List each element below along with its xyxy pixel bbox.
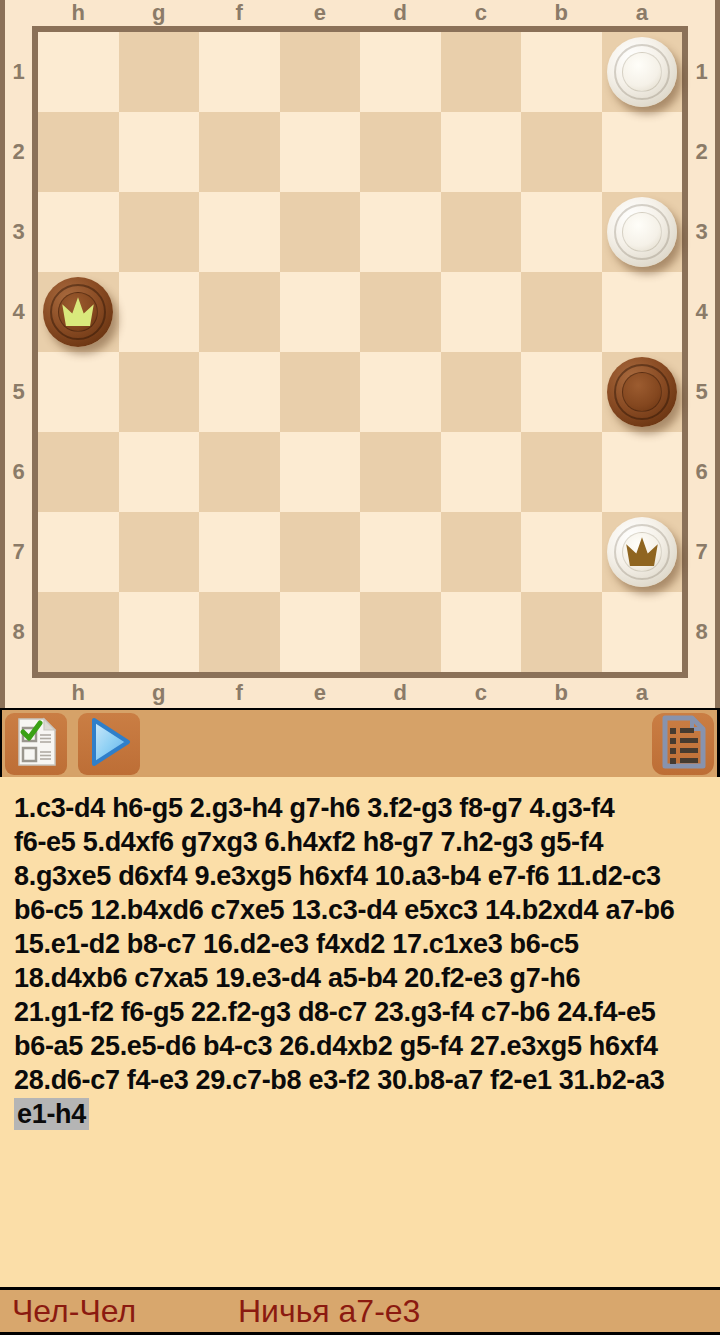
row-label-left-2: 2	[5, 112, 32, 192]
square-d4[interactable]	[360, 272, 441, 352]
column-label-bottom-a: a	[602, 678, 683, 708]
result-label: Ничья а7-е3	[238, 1293, 420, 1330]
square-b4[interactable]	[521, 272, 602, 352]
king-crown-icon	[59, 295, 97, 329]
board-right-row-labels: 12345678	[688, 26, 715, 678]
column-label-bottom-b: b	[521, 678, 602, 708]
square-b1[interactable]	[521, 32, 602, 112]
play-button[interactable]	[78, 713, 140, 775]
square-h3[interactable]	[38, 192, 119, 272]
square-c3[interactable]	[441, 192, 522, 272]
row-label-right-1: 1	[688, 32, 715, 112]
square-h7[interactable]	[38, 512, 119, 592]
square-c5[interactable]	[441, 352, 522, 432]
square-b5[interactable]	[521, 352, 602, 432]
column-label-top-d: d	[360, 0, 441, 26]
row-label-left-6: 6	[5, 432, 32, 512]
move-line-4[interactable]: b6-c5 12.b4xd6 c7xe5 13.c3-d4 e5xc3 14.b…	[14, 893, 710, 927]
row-label-right-8: 8	[688, 592, 715, 672]
square-a3[interactable]	[602, 192, 683, 272]
square-a7[interactable]	[602, 512, 683, 592]
square-b3[interactable]	[521, 192, 602, 272]
square-b2[interactable]	[521, 112, 602, 192]
square-g2[interactable]	[119, 112, 200, 192]
square-g1[interactable]	[119, 32, 200, 112]
piece-white-man-a1[interactable]	[607, 37, 677, 107]
square-a4[interactable]	[602, 272, 683, 352]
square-a2[interactable]	[602, 112, 683, 192]
move-line-last[interactable]: e1-h4	[14, 1097, 710, 1131]
square-e4[interactable]	[280, 272, 361, 352]
move-line-8[interactable]: b6-a5 25.e5-d6 b4-c3 26.d4xb2 g5-f4 27.e…	[14, 1029, 710, 1063]
move-line-2[interactable]: f6-e5 5.d4xf6 g7xg3 6.h4xf2 h8-g7 7.h2-g…	[14, 825, 710, 859]
row-label-left-1: 1	[5, 32, 32, 112]
square-g7[interactable]	[119, 512, 200, 592]
square-c2[interactable]	[441, 112, 522, 192]
square-c7[interactable]	[441, 512, 522, 592]
square-f6[interactable]	[199, 432, 280, 512]
square-g5[interactable]	[119, 352, 200, 432]
status-bar: Чел-Чел Ничья а7-е3	[0, 1287, 720, 1335]
row-label-right-5: 5	[688, 352, 715, 432]
board-bottom-column-labels: hgfedcba	[32, 678, 688, 708]
square-e5[interactable]	[280, 352, 361, 432]
square-f3[interactable]	[199, 192, 280, 272]
move-line-1[interactable]: 1.c3-d4 h6-g5 2.g3-h4 g7-h6 3.f2-g3 f8-g…	[14, 791, 710, 825]
square-a6[interactable]	[602, 432, 683, 512]
square-f8[interactable]	[199, 592, 280, 672]
square-h1[interactable]	[38, 32, 119, 112]
move-line-9[interactable]: 28.d6-c7 f4-e3 29.c7-b8 e3-f2 30.b8-a7 f…	[14, 1063, 710, 1097]
board	[32, 26, 688, 678]
square-h4[interactable]	[38, 272, 119, 352]
square-d2[interactable]	[360, 112, 441, 192]
move-line-5[interactable]: 15.e1-d2 b8-c7 16.d2-e3 f4xd2 17.c1xe3 b…	[14, 927, 710, 961]
square-d5[interactable]	[360, 352, 441, 432]
board-right-edge	[715, 0, 720, 708]
square-c8[interactable]	[441, 592, 522, 672]
square-d1[interactable]	[360, 32, 441, 112]
column-label-top-h: h	[38, 0, 119, 26]
square-g6[interactable]	[119, 432, 200, 512]
square-e2[interactable]	[280, 112, 361, 192]
square-d3[interactable]	[360, 192, 441, 272]
square-c1[interactable]	[441, 32, 522, 112]
square-a1[interactable]	[602, 32, 683, 112]
column-label-top-f: f	[199, 0, 280, 26]
column-label-bottom-h: h	[38, 678, 119, 708]
square-d7[interactable]	[360, 512, 441, 592]
game-result-checklist-button[interactable]	[5, 713, 67, 775]
square-g8[interactable]	[119, 592, 200, 672]
square-f7[interactable]	[199, 512, 280, 592]
piece-core	[622, 52, 662, 92]
square-d8[interactable]	[360, 592, 441, 672]
square-e1[interactable]	[280, 32, 361, 112]
move-line-3[interactable]: 8.g3xe5 d6xf4 9.e3xg5 h6xf4 10.a3-b4 e7-…	[14, 859, 710, 893]
row-label-left-4: 4	[5, 272, 32, 352]
row-label-right-4: 4	[688, 272, 715, 352]
row-label-right-6: 6	[688, 432, 715, 512]
square-b6[interactable]	[521, 432, 602, 512]
row-label-left-8: 8	[5, 592, 32, 672]
square-f5[interactable]	[199, 352, 280, 432]
row-label-left-3: 3	[5, 192, 32, 272]
square-e6[interactable]	[280, 432, 361, 512]
move-list[interactable]: 1.c3-d4 h6-g5 2.g3-h4 g7-h6 3.f2-g3 f8-g…	[0, 777, 720, 1287]
piece-white-king-a7[interactable]	[607, 517, 677, 587]
row-label-right-2: 2	[688, 112, 715, 192]
piece-black-man-a5[interactable]	[607, 357, 677, 427]
square-a5[interactable]	[602, 352, 683, 432]
board-left-row-labels: 12345678	[5, 26, 32, 678]
column-label-bottom-g: g	[119, 678, 200, 708]
row-label-left-5: 5	[5, 352, 32, 432]
move-line-6[interactable]: 18.d4xb6 c7xa5 19.e3-d4 a5-b4 20.f2-e3 g…	[14, 961, 710, 995]
square-g4[interactable]	[119, 272, 200, 352]
piece-core	[622, 372, 662, 412]
king-crown-icon	[623, 535, 661, 569]
checkers-app: hgfedcba 12345678 12345678 hgfedcba	[0, 0, 720, 1335]
piece-core	[622, 212, 662, 252]
square-f1[interactable]	[199, 32, 280, 112]
column-label-top-b: b	[521, 0, 602, 26]
square-g3[interactable]	[119, 192, 200, 272]
column-label-bottom-c: c	[441, 678, 522, 708]
square-d6[interactable]	[360, 432, 441, 512]
square-b7[interactable]	[521, 512, 602, 592]
square-e3[interactable]	[280, 192, 361, 272]
row-label-left-7: 7	[5, 512, 32, 592]
column-label-top-c: c	[441, 0, 522, 26]
notation-list-button[interactable]	[652, 713, 714, 775]
board-top-column-labels: hgfedcba	[32, 0, 688, 26]
square-f4[interactable]	[199, 272, 280, 352]
square-h8[interactable]	[38, 592, 119, 672]
square-a8[interactable]	[602, 592, 683, 672]
column-label-bottom-e: e	[280, 678, 361, 708]
square-h5[interactable]	[38, 352, 119, 432]
square-c6[interactable]	[441, 432, 522, 512]
piece-core	[622, 532, 662, 572]
column-label-bottom-f: f	[199, 678, 280, 708]
square-h2[interactable]	[38, 112, 119, 192]
board-section: hgfedcba 12345678 12345678 hgfedcba	[0, 0, 720, 708]
selected-move[interactable]: e1-h4	[14, 1098, 89, 1130]
square-b8[interactable]	[521, 592, 602, 672]
column-label-top-g: g	[119, 0, 200, 26]
piece-white-man-a3[interactable]	[607, 197, 677, 267]
play-icon	[84, 716, 134, 771]
players-label: Чел-Чел	[12, 1293, 136, 1330]
column-label-bottom-d: d	[360, 678, 441, 708]
column-label-top-e: e	[280, 0, 361, 26]
square-h6[interactable]	[38, 432, 119, 512]
game-result-checklist-icon	[13, 717, 59, 770]
row-label-right-3: 3	[688, 192, 715, 272]
toolbar	[0, 708, 720, 777]
column-label-top-a: a	[602, 0, 683, 26]
square-f2[interactable]	[199, 112, 280, 192]
square-c4[interactable]	[441, 272, 522, 352]
piece-core	[58, 292, 98, 332]
notation-list-icon	[658, 715, 708, 772]
piece-black-king-h4[interactable]	[43, 277, 113, 347]
move-line-7[interactable]: 21.g1-f2 f6-g5 22.f2-g3 d8-c7 23.g3-f4 c…	[14, 995, 710, 1029]
row-label-right-7: 7	[688, 512, 715, 592]
square-e8[interactable]	[280, 592, 361, 672]
square-e7[interactable]	[280, 512, 361, 592]
